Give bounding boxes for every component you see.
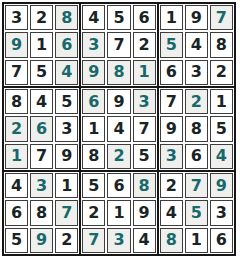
cell-r5c4[interactable]: 1 [82, 116, 105, 141]
sudoku-box-8: 568219734 [81, 172, 156, 254]
cell-r4c9[interactable]: 1 [210, 89, 233, 114]
cell-r1c6[interactable]: 6 [133, 5, 156, 30]
cell-r5c6[interactable]: 7 [133, 116, 156, 141]
cell-r6c3[interactable]: 9 [55, 144, 78, 169]
cell-r1c9[interactable]: 7 [210, 5, 233, 30]
cell-r1c7[interactable]: 1 [160, 5, 183, 30]
cell-r9c3[interactable]: 2 [55, 228, 78, 253]
cell-r6c6[interactable]: 5 [133, 144, 156, 169]
cell-r3c8[interactable]: 3 [185, 60, 208, 85]
sudoku-board-frame: 3289167544563729811975486328452631796931… [2, 2, 236, 256]
cell-r2c5[interactable]: 7 [107, 32, 130, 57]
sudoku-box-9: 279453816 [159, 172, 234, 254]
cell-r3c1[interactable]: 7 [5, 60, 28, 85]
cell-r1c1[interactable]: 3 [5, 5, 28, 30]
cell-r9c9[interactable]: 6 [210, 228, 233, 253]
cell-r9c2[interactable]: 9 [30, 228, 53, 253]
cell-r8c9[interactable]: 3 [210, 200, 233, 225]
cell-r7c4[interactable]: 5 [82, 173, 105, 198]
cell-r7c1[interactable]: 4 [5, 173, 28, 198]
cell-r4c2[interactable]: 4 [30, 89, 53, 114]
cell-r4c4[interactable]: 6 [82, 89, 105, 114]
cell-r4c6[interactable]: 3 [133, 89, 156, 114]
cell-r6c7[interactable]: 3 [160, 144, 183, 169]
cell-r6c4[interactable]: 8 [82, 144, 105, 169]
cell-r4c1[interactable]: 8 [5, 89, 28, 114]
cell-r9c8[interactable]: 1 [185, 228, 208, 253]
cell-r8c4[interactable]: 2 [82, 200, 105, 225]
cell-r3c9[interactable]: 2 [210, 60, 233, 85]
cell-r5c5[interactable]: 4 [107, 116, 130, 141]
cell-r9c6[interactable]: 4 [133, 228, 156, 253]
cell-r3c6[interactable]: 1 [133, 60, 156, 85]
cell-r6c5[interactable]: 2 [107, 144, 130, 169]
cell-r5c9[interactable]: 5 [210, 116, 233, 141]
cell-r2c1[interactable]: 9 [5, 32, 28, 57]
cell-r4c3[interactable]: 5 [55, 89, 78, 114]
cell-r2c2[interactable]: 1 [30, 32, 53, 57]
cell-r2c3[interactable]: 6 [55, 32, 78, 57]
cell-r2c8[interactable]: 4 [185, 32, 208, 57]
cell-r8c3[interactable]: 7 [55, 200, 78, 225]
cell-r1c5[interactable]: 5 [107, 5, 130, 30]
cell-r8c6[interactable]: 9 [133, 200, 156, 225]
cell-r2c4[interactable]: 3 [82, 32, 105, 57]
cell-r5c1[interactable]: 2 [5, 116, 28, 141]
cell-r6c9[interactable]: 4 [210, 144, 233, 169]
cell-r6c8[interactable]: 6 [185, 144, 208, 169]
cell-r7c7[interactable]: 2 [160, 173, 183, 198]
cell-r7c2[interactable]: 3 [30, 173, 53, 198]
cell-r4c7[interactable]: 7 [160, 89, 183, 114]
cell-r1c4[interactable]: 4 [82, 5, 105, 30]
cell-r6c2[interactable]: 7 [30, 144, 53, 169]
cell-r5c8[interactable]: 8 [185, 116, 208, 141]
cell-r8c8[interactable]: 5 [185, 200, 208, 225]
cell-r4c5[interactable]: 9 [107, 89, 130, 114]
cell-r7c9[interactable]: 9 [210, 173, 233, 198]
sudoku-box-4: 845263179 [4, 88, 79, 170]
cell-r5c3[interactable]: 3 [55, 116, 78, 141]
cell-r3c7[interactable]: 6 [160, 60, 183, 85]
cell-r9c1[interactable]: 5 [5, 228, 28, 253]
sudoku-box-6: 721985364 [159, 88, 234, 170]
cell-r2c9[interactable]: 8 [210, 32, 233, 57]
sudoku-box-2: 456372981 [81, 4, 156, 86]
cell-r1c8[interactable]: 9 [185, 5, 208, 30]
cell-r7c6[interactable]: 8 [133, 173, 156, 198]
cell-r2c7[interactable]: 5 [160, 32, 183, 57]
cell-r7c5[interactable]: 6 [107, 173, 130, 198]
cell-r7c8[interactable]: 7 [185, 173, 208, 198]
cell-r3c3[interactable]: 4 [55, 60, 78, 85]
sudoku-box-1: 328916754 [4, 4, 79, 86]
cell-r4c8[interactable]: 2 [185, 89, 208, 114]
cell-r7c3[interactable]: 1 [55, 173, 78, 198]
cell-r9c7[interactable]: 8 [160, 228, 183, 253]
cell-r3c4[interactable]: 9 [82, 60, 105, 85]
sudoku-box-3: 197548632 [159, 4, 234, 86]
sudoku-board: 3289167544563729811975486328452631796931… [4, 4, 234, 254]
cell-r8c1[interactable]: 6 [5, 200, 28, 225]
sudoku-box-7: 431687592 [4, 172, 79, 254]
cell-r8c7[interactable]: 4 [160, 200, 183, 225]
cell-r5c2[interactable]: 6 [30, 116, 53, 141]
cell-r9c5[interactable]: 3 [107, 228, 130, 253]
cell-r8c5[interactable]: 1 [107, 200, 130, 225]
cell-r8c2[interactable]: 8 [30, 200, 53, 225]
cell-r2c6[interactable]: 2 [133, 32, 156, 57]
cell-r3c5[interactable]: 8 [107, 60, 130, 85]
cell-r9c4[interactable]: 7 [82, 228, 105, 253]
cell-r3c2[interactable]: 5 [30, 60, 53, 85]
cell-r5c7[interactable]: 9 [160, 116, 183, 141]
cell-r1c2[interactable]: 2 [30, 5, 53, 30]
cell-r1c3[interactable]: 8 [55, 5, 78, 30]
cell-r6c1[interactable]: 1 [5, 144, 28, 169]
sudoku-box-5: 693147825 [81, 88, 156, 170]
